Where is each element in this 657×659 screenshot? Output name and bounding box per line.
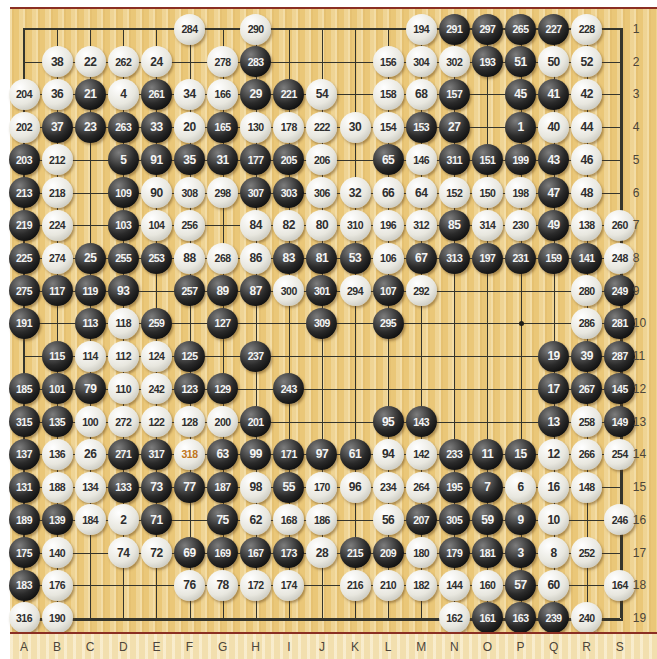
stone-P8-move-231[interactable]: 231 (505, 243, 536, 274)
stone-R15-move-148[interactable]: 148 (571, 472, 602, 503)
stone-M8-move-67[interactable]: 67 (406, 243, 437, 274)
stone-A4-move-202[interactable]: 202 (9, 112, 40, 143)
stone-L17-move-209[interactable]: 209 (373, 537, 404, 568)
stone-H3-move-29[interactable]: 29 (240, 79, 271, 110)
stone-A18-move-183[interactable]: 183 (9, 570, 40, 601)
stone-P4-move-1[interactable]: 1 (505, 112, 536, 143)
stone-S11-move-287[interactable]: 287 (604, 341, 635, 372)
stone-F14-move-318[interactable]: 318 (174, 439, 205, 470)
stone-Q1-move-227[interactable]: 227 (538, 14, 569, 45)
stone-M18-move-182[interactable]: 182 (406, 570, 437, 601)
stone-B19-move-190[interactable]: 190 (42, 602, 73, 633)
column-label-P: P (516, 640, 524, 654)
stone-N19-move-162[interactable]: 162 (439, 602, 470, 633)
stone-G4-move-165[interactable]: 165 (207, 112, 238, 143)
stone-E11-move-124[interactable]: 124 (141, 341, 172, 372)
stone-N18-move-144[interactable]: 144 (439, 570, 470, 601)
stone-S18-move-164[interactable]: 164 (604, 570, 635, 601)
stone-S14-move-254[interactable]: 254 (604, 439, 635, 470)
stone-B5-move-212[interactable]: 212 (42, 144, 73, 175)
stone-D12-move-110[interactable]: 110 (108, 373, 139, 404)
stone-K6-move-32[interactable]: 32 (340, 177, 371, 208)
stone-B15-move-188[interactable]: 188 (42, 472, 73, 503)
row-label-4: 4 (633, 120, 640, 134)
stone-R8-move-141[interactable]: 141 (571, 243, 602, 274)
stone-Q8-move-159[interactable]: 159 (538, 243, 569, 274)
stone-S7-move-260[interactable]: 260 (604, 210, 635, 241)
stone-Q19-move-239[interactable]: 239 (538, 602, 569, 633)
stone-C16-move-184[interactable]: 184 (75, 504, 106, 535)
stone-O18-move-160[interactable]: 160 (472, 570, 503, 601)
stone-P1-move-265[interactable]: 265 (505, 14, 536, 45)
stone-B17-move-140[interactable]: 140 (42, 537, 73, 568)
stone-H15-move-98[interactable]: 98 (240, 472, 271, 503)
stone-R11-move-39[interactable]: 39 (571, 341, 602, 372)
stone-C12-move-79[interactable]: 79 (75, 373, 106, 404)
stone-A8-move-225[interactable]: 225 (9, 243, 40, 274)
stone-D2-move-262[interactable]: 262 (108, 46, 139, 77)
stone-A3-move-204[interactable]: 204 (9, 79, 40, 110)
stone-K9-move-294[interactable]: 294 (340, 275, 371, 306)
stone-K14-move-61[interactable]: 61 (340, 439, 371, 470)
stone-F7-move-256[interactable]: 256 (174, 210, 205, 241)
stone-C8-move-25[interactable]: 25 (75, 243, 106, 274)
stone-B8-move-274[interactable]: 274 (42, 243, 73, 274)
stone-L18-move-210[interactable]: 210 (373, 570, 404, 601)
stone-G15-move-187[interactable]: 187 (207, 472, 238, 503)
stone-I18-move-174[interactable]: 174 (273, 570, 304, 601)
column-label-Q: Q (549, 640, 558, 654)
stone-L4-move-154[interactable]: 154 (373, 112, 404, 143)
stone-J4-move-222[interactable]: 222 (306, 112, 337, 143)
row-label-10: 10 (633, 316, 646, 330)
stone-E15-move-73[interactable]: 73 (141, 472, 172, 503)
stone-R14-move-266[interactable]: 266 (571, 439, 602, 470)
stone-B7-move-224[interactable]: 224 (42, 210, 73, 241)
stone-H17-move-167[interactable]: 167 (240, 537, 271, 568)
stone-H7-move-84[interactable]: 84 (240, 210, 271, 241)
stone-M4-move-153[interactable]: 153 (406, 112, 437, 143)
column-label-E: E (152, 640, 160, 654)
stone-G13-move-200[interactable]: 200 (207, 406, 238, 437)
stone-A14-move-137[interactable]: 137 (9, 439, 40, 470)
row-label-17: 17 (633, 546, 646, 560)
stone-L10-move-295[interactable]: 295 (373, 308, 404, 339)
column-label-C: C (86, 640, 95, 654)
stone-L9-move-107[interactable]: 107 (373, 275, 404, 306)
stone-S16-move-246[interactable]: 246 (604, 504, 635, 535)
stone-G17-move-169[interactable]: 169 (207, 537, 238, 568)
stone-N5-move-311[interactable]: 311 (439, 144, 470, 175)
stone-C9-move-119[interactable]: 119 (75, 275, 106, 306)
stone-Q15-move-16[interactable]: 16 (538, 472, 569, 503)
stone-Q17-move-8[interactable]: 8 (538, 537, 569, 568)
row-label-18: 18 (633, 578, 646, 592)
stone-G8-move-268[interactable]: 268 (207, 243, 238, 274)
stone-O6-move-150[interactable]: 150 (472, 177, 503, 208)
stone-P3-move-45[interactable]: 45 (505, 79, 536, 110)
stone-E10-move-259[interactable]: 259 (141, 308, 172, 339)
column-label-J: J (319, 640, 325, 654)
stone-B9-move-117[interactable]: 117 (42, 275, 73, 306)
stone-R4-move-44[interactable]: 44 (571, 112, 602, 143)
stone-D7-move-103[interactable]: 103 (108, 210, 139, 241)
stone-D3-move-4[interactable]: 4 (108, 79, 139, 110)
stone-N7-move-85[interactable]: 85 (439, 210, 470, 241)
stone-A17-move-175[interactable]: 175 (9, 537, 40, 568)
stone-N1-move-291[interactable]: 291 (439, 14, 470, 45)
row-label-7: 7 (633, 218, 640, 232)
stone-N17-move-179[interactable]: 179 (439, 537, 470, 568)
stone-M9-move-292[interactable]: 292 (406, 275, 437, 306)
stone-B3-move-36[interactable]: 36 (42, 79, 73, 110)
stone-F1-move-284[interactable]: 284 (174, 14, 205, 45)
row-label-2: 2 (633, 55, 640, 69)
stone-P6-move-198[interactable]: 198 (505, 177, 536, 208)
stone-F15-move-77[interactable]: 77 (174, 472, 205, 503)
stone-B2-move-38[interactable]: 38 (42, 46, 73, 77)
stone-L13-move-95[interactable]: 95 (373, 406, 404, 437)
stone-D5-move-5[interactable]: 5 (108, 144, 139, 175)
stone-O16-move-59[interactable]: 59 (472, 504, 503, 535)
stone-E3-move-261[interactable]: 261 (141, 79, 172, 110)
column-label-strip: ABCDEFGHIJKLMNOPQRS (10, 634, 657, 659)
stone-L7-move-196[interactable]: 196 (373, 210, 404, 241)
stone-F11-move-125[interactable]: 125 (174, 341, 205, 372)
stone-J15-move-170[interactable]: 170 (306, 472, 337, 503)
stone-K15-move-96[interactable]: 96 (340, 472, 371, 503)
column-label-N: N (450, 640, 459, 654)
go-game-record: { "game": "go", "board_size": 19, "descr… (0, 0, 657, 659)
stone-E8-move-253[interactable]: 253 (141, 243, 172, 274)
stone-N8-move-313[interactable]: 313 (439, 243, 470, 274)
row-label-8: 8 (633, 251, 640, 265)
stone-N6-move-152[interactable]: 152 (439, 177, 470, 208)
stone-O17-move-181[interactable]: 181 (472, 537, 503, 568)
stone-H14-move-99[interactable]: 99 (240, 439, 271, 470)
row-label-1: 1 (633, 22, 640, 36)
row-label-15: 15 (633, 480, 646, 494)
stone-L8-move-106[interactable]: 106 (373, 243, 404, 274)
stone-Q3-move-41[interactable]: 41 (538, 79, 569, 110)
stone-R3-move-42[interactable]: 42 (571, 79, 602, 110)
stone-O7-move-314[interactable]: 314 (472, 210, 503, 241)
stone-E14-move-317[interactable]: 317 (141, 439, 172, 470)
stone-N2-move-302[interactable]: 302 (439, 46, 470, 77)
stone-R17-move-252[interactable]: 252 (571, 537, 602, 568)
stone-Q11-move-19[interactable]: 19 (538, 341, 569, 372)
column-label-R: R (582, 640, 591, 654)
stone-F8-move-88[interactable]: 88 (174, 243, 205, 274)
stone-A6-move-213[interactable]: 213 (9, 177, 40, 208)
stone-D6-move-109[interactable]: 109 (108, 177, 139, 208)
stone-E4-move-33[interactable]: 33 (141, 112, 172, 143)
stone-M2-move-304[interactable]: 304 (406, 46, 437, 77)
stone-Q7-move-49[interactable]: 49 (538, 210, 569, 241)
stone-D14-move-271[interactable]: 271 (108, 439, 139, 470)
stone-G18-move-78[interactable]: 78 (207, 570, 238, 601)
stone-C13-move-100[interactable]: 100 (75, 406, 106, 437)
stone-G6-move-298[interactable]: 298 (207, 177, 238, 208)
stone-F13-move-128[interactable]: 128 (174, 406, 205, 437)
stone-E16-move-71[interactable]: 71 (141, 504, 172, 535)
row-label-16: 16 (633, 513, 646, 527)
stone-A10-move-191[interactable]: 191 (9, 308, 40, 339)
stone-F3-move-34[interactable]: 34 (174, 79, 205, 110)
stone-O15-move-7[interactable]: 7 (472, 472, 503, 503)
stone-M5-move-146[interactable]: 146 (406, 144, 437, 175)
stone-D8-move-255[interactable]: 255 (108, 243, 139, 274)
column-label-K: K (351, 640, 359, 654)
row-label-5: 5 (633, 153, 640, 167)
column-label-I: I (287, 640, 290, 654)
stone-L3-move-158[interactable]: 158 (373, 79, 404, 110)
stone-I7-move-82[interactable]: 82 (273, 210, 304, 241)
column-label-B: B (53, 640, 61, 654)
stone-E6-move-90[interactable]: 90 (141, 177, 172, 208)
stone-E17-move-72[interactable]: 72 (141, 537, 172, 568)
stone-K8-move-53[interactable]: 53 (340, 243, 371, 274)
stone-S10-move-281[interactable]: 281 (604, 308, 635, 339)
stone-D9-move-93[interactable]: 93 (108, 275, 139, 306)
stone-G14-move-63[interactable]: 63 (207, 439, 238, 470)
stone-L5-move-65[interactable]: 65 (373, 144, 404, 175)
stone-B18-move-176[interactable]: 176 (42, 570, 73, 601)
stone-J7-move-80[interactable]: 80 (306, 210, 337, 241)
stone-A9-move-275[interactable]: 275 (9, 275, 40, 306)
stone-N16-move-305[interactable]: 305 (439, 504, 470, 535)
stone-M6-move-64[interactable]: 64 (406, 177, 437, 208)
board-wood-surface[interactable]: 2842901942912972652272283822262242782831… (10, 9, 657, 632)
stone-C14-move-26[interactable]: 26 (75, 439, 106, 470)
stone-G10-move-127[interactable]: 127 (207, 308, 238, 339)
column-label-S: S (616, 640, 624, 654)
stone-O2-move-193[interactable]: 193 (472, 46, 503, 77)
stone-A13-move-315[interactable]: 315 (9, 406, 40, 437)
stone-K17-move-215[interactable]: 215 (340, 537, 371, 568)
stone-B12-move-101[interactable]: 101 (42, 373, 73, 404)
row-label-13: 13 (633, 415, 646, 429)
stone-R7-move-138[interactable]: 138 (571, 210, 602, 241)
stone-H8-move-86[interactable]: 86 (240, 243, 271, 274)
stone-M14-move-142[interactable]: 142 (406, 439, 437, 470)
stone-F6-move-308[interactable]: 308 (174, 177, 205, 208)
stone-P18-move-57[interactable]: 57 (505, 570, 536, 601)
stone-N4-move-27[interactable]: 27 (439, 112, 470, 143)
stone-C2-move-22[interactable]: 22 (75, 46, 106, 77)
stone-R10-move-286[interactable]: 286 (571, 308, 602, 339)
stone-C3-move-21[interactable]: 21 (75, 79, 106, 110)
stone-H1-move-290[interactable]: 290 (240, 14, 271, 45)
stone-E13-move-122[interactable]: 122 (141, 406, 172, 437)
stone-D4-move-263[interactable]: 263 (108, 112, 139, 143)
stone-K18-move-216[interactable]: 216 (340, 570, 371, 601)
stone-M7-move-312[interactable]: 312 (406, 210, 437, 241)
stone-N15-move-195[interactable]: 195 (439, 472, 470, 503)
row-label-11: 11 (633, 349, 645, 363)
stone-O1-move-297[interactable]: 297 (472, 14, 503, 45)
stone-S9-move-249[interactable]: 249 (604, 275, 635, 306)
stone-B14-move-136[interactable]: 136 (42, 439, 73, 470)
stone-M15-move-264[interactable]: 264 (406, 472, 437, 503)
stone-L2-move-156[interactable]: 156 (373, 46, 404, 77)
stone-R1-move-228[interactable]: 228 (571, 14, 602, 45)
stone-D13-move-272[interactable]: 272 (108, 406, 139, 437)
column-label-H: H (251, 640, 260, 654)
go-board: 2842901942912972652272283822262242782831… (10, 7, 657, 659)
stone-H11-move-237[interactable]: 237 (240, 341, 271, 372)
stone-K4-move-30[interactable]: 30 (340, 112, 371, 143)
stone-Q6-move-47[interactable]: 47 (538, 177, 569, 208)
stone-F4-move-20[interactable]: 20 (174, 112, 205, 143)
stone-M13-move-143[interactable]: 143 (406, 406, 437, 437)
stone-B13-move-135[interactable]: 135 (42, 406, 73, 437)
row-label-6: 6 (633, 186, 640, 200)
stone-L6-move-66[interactable]: 66 (373, 177, 404, 208)
stone-A19-move-316[interactable]: 316 (9, 602, 40, 633)
stone-R19-move-240[interactable]: 240 (571, 602, 602, 633)
stone-Q13-move-13[interactable]: 13 (538, 406, 569, 437)
stone-A16-move-189[interactable]: 189 (9, 504, 40, 535)
column-label-M: M (416, 640, 426, 654)
column-label-D: D (119, 640, 128, 654)
stone-O14-move-11[interactable]: 11 (472, 439, 503, 470)
row-label-3: 3 (633, 87, 640, 101)
stone-B16-move-139[interactable]: 139 (42, 504, 73, 535)
stone-A12-move-185[interactable]: 185 (9, 373, 40, 404)
stone-P15-move-6[interactable]: 6 (505, 472, 536, 503)
stone-I14-move-171[interactable]: 171 (273, 439, 304, 470)
stone-A5-move-203[interactable]: 203 (9, 144, 40, 175)
stone-P2-move-51[interactable]: 51 (505, 46, 536, 77)
stone-Q14-move-12[interactable]: 12 (538, 439, 569, 470)
row-label-12: 12 (633, 382, 646, 396)
stone-N14-move-233[interactable]: 233 (439, 439, 470, 470)
row-label-19: 19 (633, 611, 646, 625)
stone-D17-move-74[interactable]: 74 (108, 537, 139, 568)
stone-M17-move-180[interactable]: 180 (406, 537, 437, 568)
stone-J8-move-81[interactable]: 81 (306, 243, 337, 274)
stone-O8-move-197[interactable]: 197 (472, 243, 503, 274)
stone-I8-move-83[interactable]: 83 (273, 243, 304, 274)
column-label-A: A (20, 640, 28, 654)
stone-K7-move-310[interactable]: 310 (340, 210, 371, 241)
stone-H18-move-172[interactable]: 172 (240, 570, 271, 601)
column-label-L: L (385, 640, 392, 654)
stone-C11-move-114[interactable]: 114 (75, 341, 106, 372)
row-label-9: 9 (633, 284, 640, 298)
stone-L15-move-234[interactable]: 234 (373, 472, 404, 503)
column-label-O: O (483, 640, 492, 654)
column-label-F: F (186, 640, 193, 654)
stone-S8-move-248[interactable]: 248 (604, 243, 635, 274)
stone-C4-move-23[interactable]: 23 (75, 112, 106, 143)
stone-D16-move-2[interactable]: 2 (108, 504, 139, 535)
stone-I4-move-178[interactable]: 178 (273, 112, 304, 143)
stone-L16-move-56[interactable]: 56 (373, 504, 404, 535)
column-label-G: G (218, 640, 227, 654)
stone-L14-move-94[interactable]: 94 (373, 439, 404, 470)
stone-O19-move-161[interactable]: 161 (472, 602, 503, 633)
stone-N3-move-157[interactable]: 157 (439, 79, 470, 110)
stone-F18-move-76[interactable]: 76 (174, 570, 205, 601)
stone-M1-move-194[interactable]: 194 (406, 14, 437, 45)
stone-C10-move-113[interactable]: 113 (75, 308, 106, 339)
row-label-14: 14 (633, 447, 646, 461)
stone-E2-move-24[interactable]: 24 (141, 46, 172, 77)
stone-B4-move-37[interactable]: 37 (42, 112, 73, 143)
stone-P17-move-3[interactable]: 3 (505, 537, 536, 568)
stone-D15-move-133[interactable]: 133 (108, 472, 139, 503)
stone-I15-move-55[interactable]: 55 (273, 472, 304, 503)
stone-A15-move-131[interactable]: 131 (9, 472, 40, 503)
stone-Q18-move-60[interactable]: 60 (538, 570, 569, 601)
stone-A7-move-219[interactable]: 219 (9, 210, 40, 241)
stone-H4-move-130[interactable]: 130 (240, 112, 271, 143)
stone-B11-move-115[interactable]: 115 (42, 341, 73, 372)
stone-Q4-move-40[interactable]: 40 (538, 112, 569, 143)
stone-C15-move-134[interactable]: 134 (75, 472, 106, 503)
stone-E7-move-104[interactable]: 104 (141, 210, 172, 241)
stone-B6-move-218[interactable]: 218 (42, 177, 73, 208)
stone-G3-move-166[interactable]: 166 (207, 79, 238, 110)
stone-P7-move-230[interactable]: 230 (505, 210, 536, 241)
stone-F17-move-69[interactable]: 69 (174, 537, 205, 568)
stone-P14-move-15[interactable]: 15 (505, 439, 536, 470)
stone-P19-move-163[interactable]: 163 (505, 602, 536, 633)
stone-D10-move-118[interactable]: 118 (108, 308, 139, 339)
stone-M3-move-68[interactable]: 68 (406, 79, 437, 110)
stone-M16-move-207[interactable]: 207 (406, 504, 437, 535)
stone-S12-move-145[interactable]: 145 (604, 373, 635, 404)
stone-S13-move-149[interactable]: 149 (604, 406, 635, 437)
stone-D11-move-112[interactable]: 112 (108, 341, 139, 372)
